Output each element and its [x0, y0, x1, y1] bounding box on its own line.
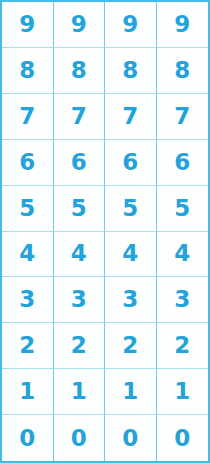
- grid-cell-r8-c1: 1: [54, 369, 106, 415]
- grid-cell-r9-c2: 0: [105, 415, 157, 461]
- number-grid: 9999888877776666555544443333222211110000: [0, 0, 210, 463]
- grid-cell-r7-c3: 2: [157, 323, 209, 369]
- grid-cell-r7-c2: 2: [105, 323, 157, 369]
- grid-cell-r4-c3: 5: [157, 186, 209, 232]
- grid-cell-r8-c2: 1: [105, 369, 157, 415]
- grid-cell-r0-c2: 9: [105, 2, 157, 48]
- grid-cell-r5-c2: 4: [105, 232, 157, 278]
- grid-cell-r3-c1: 6: [54, 140, 106, 186]
- grid-cell-r0-c0: 9: [2, 2, 54, 48]
- number-chart-board: 9999888877776666555544443333222211110000: [0, 0, 210, 463]
- grid-cell-r0-c1: 9: [54, 2, 106, 48]
- grid-cell-r4-c0: 5: [2, 186, 54, 232]
- grid-cell-r2-c1: 7: [54, 94, 106, 140]
- grid-cell-r9-c0: 0: [2, 415, 54, 461]
- grid-cell-r9-c1: 0: [54, 415, 106, 461]
- grid-cell-r6-c3: 3: [157, 277, 209, 323]
- grid-cell-r1-c1: 8: [54, 48, 106, 94]
- grid-cell-r1-c3: 8: [157, 48, 209, 94]
- grid-cell-r3-c2: 6: [105, 140, 157, 186]
- grid-cell-r5-c3: 4: [157, 232, 209, 278]
- grid-cell-r0-c3: 9: [157, 2, 209, 48]
- grid-cell-r9-c3: 0: [157, 415, 209, 461]
- grid-cell-r7-c0: 2: [2, 323, 54, 369]
- grid-cell-r5-c0: 4: [2, 232, 54, 278]
- grid-cell-r2-c3: 7: [157, 94, 209, 140]
- grid-cell-r1-c0: 8: [2, 48, 54, 94]
- grid-cell-r8-c0: 1: [2, 369, 54, 415]
- grid-cell-r4-c1: 5: [54, 186, 106, 232]
- grid-cell-r6-c0: 3: [2, 277, 54, 323]
- grid-cell-r4-c2: 5: [105, 186, 157, 232]
- grid-cell-r6-c1: 3: [54, 277, 106, 323]
- grid-cell-r5-c1: 4: [54, 232, 106, 278]
- grid-cell-r3-c0: 6: [2, 140, 54, 186]
- grid-cell-r3-c3: 6: [157, 140, 209, 186]
- grid-cell-r2-c0: 7: [2, 94, 54, 140]
- grid-cell-r8-c3: 1: [157, 369, 209, 415]
- grid-cell-r2-c2: 7: [105, 94, 157, 140]
- grid-cell-r1-c2: 8: [105, 48, 157, 94]
- grid-cell-r7-c1: 2: [54, 323, 106, 369]
- grid-cell-r6-c2: 3: [105, 277, 157, 323]
